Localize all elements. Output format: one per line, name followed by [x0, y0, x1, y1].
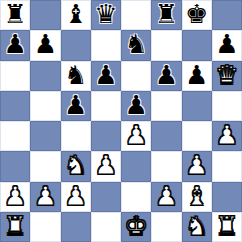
square-a6[interactable]	[0, 61, 30, 91]
square-g1[interactable]: ♞	[182, 212, 212, 242]
square-d8[interactable]: ♛	[91, 0, 121, 30]
square-c6[interactable]: ♞	[61, 61, 91, 91]
piece-black-pawn[interactable]: ♟	[64, 91, 87, 120]
piece-black-pawn[interactable]: ♟	[185, 61, 208, 90]
piece-white-rook[interactable]: ♜	[215, 212, 238, 241]
square-d3[interactable]: ♟	[91, 151, 121, 181]
piece-white-knight[interactable]: ♞	[64, 151, 87, 180]
square-h6[interactable]: ♛	[212, 61, 242, 91]
square-g8[interactable]: ♚	[182, 0, 212, 30]
piece-black-knight[interactable]: ♞	[64, 61, 87, 90]
square-f7[interactable]	[151, 30, 181, 60]
square-h5[interactable]	[212, 91, 242, 121]
square-b3[interactable]	[30, 151, 60, 181]
piece-white-pawn[interactable]: ♟	[185, 151, 208, 180]
square-e5[interactable]: ♟	[121, 91, 151, 121]
square-a5[interactable]	[0, 91, 30, 121]
piece-black-rook[interactable]: ♜	[3, 0, 26, 29]
square-f5[interactable]	[151, 91, 181, 121]
piece-white-pawn[interactable]: ♟	[3, 182, 26, 211]
square-h2[interactable]	[212, 182, 242, 212]
square-b2[interactable]: ♟	[30, 182, 60, 212]
square-c4[interactable]	[61, 121, 91, 151]
piece-white-pawn[interactable]: ♟	[64, 182, 87, 211]
square-g6[interactable]: ♟	[182, 61, 212, 91]
square-e1[interactable]: ♚	[121, 212, 151, 242]
square-a3[interactable]	[0, 151, 30, 181]
square-e6[interactable]	[121, 61, 151, 91]
square-f6[interactable]: ♟	[151, 61, 181, 91]
square-a4[interactable]	[0, 121, 30, 151]
square-h7[interactable]: ♟	[212, 30, 242, 60]
square-b5[interactable]	[30, 91, 60, 121]
square-h1[interactable]: ♜	[212, 212, 242, 242]
square-d2[interactable]	[91, 182, 121, 212]
square-b6[interactable]	[30, 61, 60, 91]
piece-black-bishop[interactable]: ♝	[64, 0, 87, 29]
square-g3[interactable]: ♟	[182, 151, 212, 181]
piece-black-pawn[interactable]: ♟	[94, 61, 117, 90]
square-g7[interactable]	[182, 30, 212, 60]
square-h8[interactable]	[212, 0, 242, 30]
piece-white-pawn[interactable]: ♟	[34, 182, 57, 211]
square-g2[interactable]: ♝	[182, 182, 212, 212]
square-a8[interactable]: ♜	[0, 0, 30, 30]
piece-black-pawn[interactable]: ♟	[215, 30, 238, 59]
square-f4[interactable]	[151, 121, 181, 151]
square-h4[interactable]: ♟	[212, 121, 242, 151]
square-f2[interactable]: ♟	[151, 182, 181, 212]
square-b4[interactable]	[30, 121, 60, 151]
square-c8[interactable]: ♝	[61, 0, 91, 30]
piece-black-knight[interactable]: ♞	[124, 30, 147, 59]
piece-black-rook[interactable]: ♜	[155, 0, 178, 29]
square-a2[interactable]: ♟	[0, 182, 30, 212]
piece-white-king[interactable]: ♚	[124, 212, 147, 241]
square-b8[interactable]	[30, 0, 60, 30]
piece-black-pawn[interactable]: ♟	[3, 30, 26, 59]
square-h3[interactable]	[212, 151, 242, 181]
square-d4[interactable]	[91, 121, 121, 151]
square-e7[interactable]: ♞	[121, 30, 151, 60]
square-a7[interactable]: ♟	[0, 30, 30, 60]
square-e3[interactable]	[121, 151, 151, 181]
square-f8[interactable]: ♜	[151, 0, 181, 30]
square-e8[interactable]	[121, 0, 151, 30]
piece-white-bishop[interactable]: ♝	[185, 182, 208, 211]
piece-white-pawn[interactable]: ♟	[124, 121, 147, 150]
square-g4[interactable]	[182, 121, 212, 151]
piece-black-pawn[interactable]: ♟	[34, 30, 57, 59]
piece-black-pawn[interactable]: ♟	[155, 61, 178, 90]
square-e2[interactable]	[121, 182, 151, 212]
square-f1[interactable]	[151, 212, 181, 242]
square-d5[interactable]	[91, 91, 121, 121]
square-c2[interactable]: ♟	[61, 182, 91, 212]
square-b7[interactable]: ♟	[30, 30, 60, 60]
piece-white-queen[interactable]: ♛	[215, 61, 238, 90]
square-f3[interactable]	[151, 151, 181, 181]
square-a1[interactable]: ♜	[0, 212, 30, 242]
square-d6[interactable]: ♟	[91, 61, 121, 91]
square-c1[interactable]	[61, 212, 91, 242]
piece-white-rook[interactable]: ♜	[3, 212, 26, 241]
square-g5[interactable]	[182, 91, 212, 121]
square-c7[interactable]	[61, 30, 91, 60]
piece-white-knight[interactable]: ♞	[185, 212, 208, 241]
piece-black-king[interactable]: ♚	[185, 0, 208, 29]
piece-black-pawn[interactable]: ♟	[124, 91, 147, 120]
square-d7[interactable]	[91, 30, 121, 60]
square-c3[interactable]: ♞	[61, 151, 91, 181]
piece-white-pawn[interactable]: ♟	[215, 121, 238, 150]
chess-board: ♜♝♛♜♚♟♟♞♟♞♟♟♟♛♟♟♟♟♞♟♟♟♟♟♟♝♜♚♞♜	[0, 0, 242, 242]
square-d1[interactable]	[91, 212, 121, 242]
piece-white-pawn[interactable]: ♟	[94, 151, 117, 180]
square-e4[interactable]: ♟	[121, 121, 151, 151]
piece-black-queen[interactable]: ♛	[94, 0, 117, 29]
piece-white-pawn[interactable]: ♟	[155, 182, 178, 211]
square-b1[interactable]	[30, 212, 60, 242]
square-c5[interactable]: ♟	[61, 91, 91, 121]
